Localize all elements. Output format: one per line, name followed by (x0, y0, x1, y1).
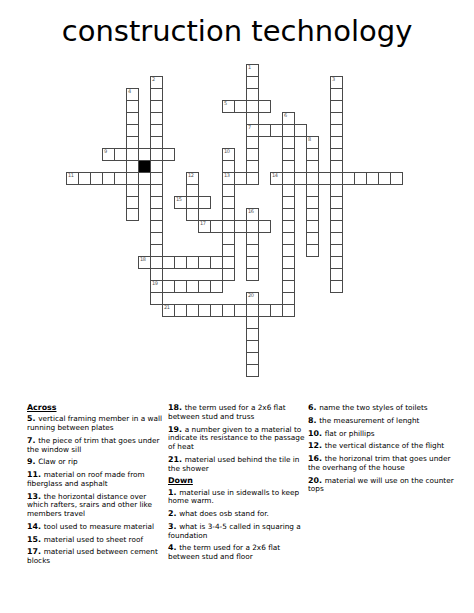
down-clue-list-2: 6. name the two styles of toilets8. the … (308, 403, 462, 494)
clue-number: 15 (176, 197, 181, 202)
grid-cell[interactable] (306, 244, 319, 257)
clue-number: 12 (188, 173, 193, 178)
page-title: construction technology (0, 14, 474, 48)
clue-across-14: 14. tool used to measure material (27, 522, 164, 532)
clue-number: 10 (224, 149, 229, 154)
down-header: Down (168, 476, 305, 485)
grid-cell[interactable] (210, 280, 223, 293)
clue-down-8: 8. the measurement of lenght (308, 416, 462, 426)
clue-across-15: 15. material used to sheet roof (27, 535, 164, 545)
clue-down-20: 20. material we will use on the counter … (308, 476, 462, 495)
clue-number: 7 (248, 125, 251, 130)
clues-column-3: 6. name the two styles of toilets8. the … (308, 403, 462, 497)
clue-number: 13 (224, 173, 229, 178)
clue-down-16: 16. the horizonal trim that goes under t… (308, 454, 462, 473)
clue-number: 18 (140, 257, 145, 262)
clue-number: 21 (164, 305, 169, 310)
clue-across-13: 13. the horizontal distance over which r… (27, 492, 164, 519)
clue-down-4: 4. the term used for a 2x6 flat between … (168, 543, 305, 562)
clue-across-9: 9. Claw or rip (27, 457, 164, 467)
clue-number: 3 (332, 77, 335, 82)
clue-across-17: 17. material used between cement blocks (27, 547, 164, 566)
clues-column-1: Across 5. vertical framing member in a w… (27, 403, 164, 569)
clues-column-2: 18. the term used for a 2x6 flat between… (168, 403, 305, 565)
clue-number: 5 (224, 101, 227, 106)
across-clue-list-1: 5. vertical framing member in a wall run… (27, 414, 164, 566)
clue-number: 8 (308, 137, 311, 142)
grid-cell[interactable] (258, 100, 271, 113)
clue-number: 6 (284, 113, 287, 118)
grid-cell[interactable] (246, 268, 259, 281)
clue-across-18: 18. the term used for a 2x6 flat between… (168, 403, 305, 422)
grid-cell[interactable] (222, 268, 235, 281)
across-clue-list-2: 18. the term used for a 2x6 flat between… (168, 403, 305, 473)
clue-number: 1 (248, 65, 251, 70)
clue-number: 17 (200, 221, 205, 226)
clue-across-19: 19. a number given to a material to indi… (168, 425, 305, 452)
clue-number: 4 (128, 89, 131, 94)
crossword-worksheet: { "title": "construction technology", "g… (0, 0, 474, 613)
clue-number: 16 (248, 209, 253, 214)
clue-down-10: 10. flat or phillips (308, 429, 462, 439)
clue-down-12: 12. the vertical distance of the flight (308, 441, 462, 451)
clue-number: 20 (248, 293, 253, 298)
grid-cell[interactable] (258, 220, 271, 233)
clue-across-21: 21. material used behind the tile in the… (168, 455, 305, 474)
grid-cell[interactable] (390, 172, 403, 185)
grid-cell[interactable] (126, 208, 139, 221)
clue-down-1: 1. material use in sidewalls to keep hom… (168, 488, 305, 507)
clue-across-11: 11. material on roof made from fiberglas… (27, 470, 164, 489)
clue-number: 11 (68, 173, 73, 178)
grid-cell[interactable] (246, 364, 259, 377)
crossword-grid: 123456789101112131415161718192021 (66, 64, 403, 377)
grid-cell[interactable] (198, 196, 211, 209)
clue-down-6: 6. name the two styles of toilets (308, 403, 462, 413)
clue-down-2: 2. what does osb stand for. (168, 509, 305, 519)
across-header: Across (27, 403, 164, 412)
clue-across-7: 7. the piece of trim that goes under the… (27, 436, 164, 455)
down-clue-list-1: 1. material use in sidewalls to keep hom… (168, 488, 305, 562)
grid-cell[interactable] (162, 148, 175, 161)
clue-number: 19 (152, 281, 157, 286)
grid-cell[interactable] (246, 172, 259, 185)
grid-cell[interactable] (282, 304, 295, 317)
clue-number: 14 (272, 173, 277, 178)
clue-down-3: 3. what is 3-4-5 called in squaring a fo… (168, 522, 305, 541)
clue-across-5: 5. vertical framing member in a wall run… (27, 414, 164, 433)
grid-cell[interactable] (330, 280, 343, 293)
clue-number: 9 (104, 149, 107, 154)
clue-number: 2 (152, 77, 155, 82)
